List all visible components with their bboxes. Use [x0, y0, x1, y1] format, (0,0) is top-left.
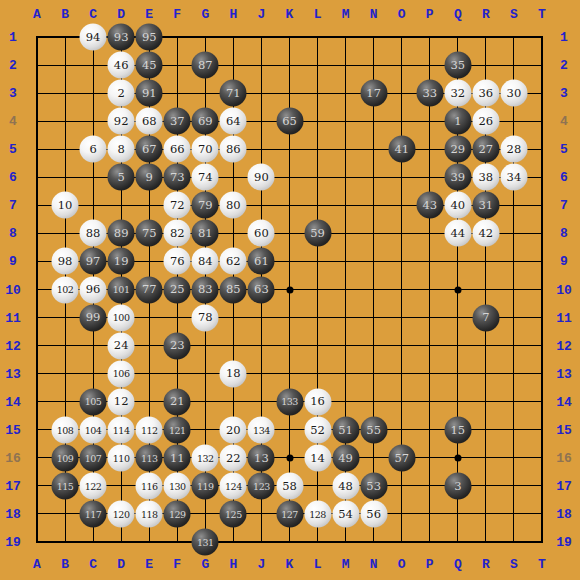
coord-label-top-A: A — [33, 8, 41, 21]
stone-E2[interactable]: 45 — [136, 52, 163, 79]
stone-E8[interactable]: 75 — [136, 220, 163, 247]
stone-R4[interactable]: 26 — [472, 108, 499, 135]
coord-label-right-2: 2 — [560, 59, 568, 72]
star-point-K10 — [286, 286, 293, 293]
stone-D12[interactable]: 24 — [108, 332, 135, 359]
coord-label-left-16: 16 — [5, 451, 21, 464]
stone-G10[interactable]: 83 — [192, 276, 219, 303]
stone-H10[interactable]: 85 — [220, 276, 247, 303]
coord-label-top-B: B — [61, 8, 69, 21]
coord-label-left-5: 5 — [9, 143, 17, 156]
stone-F12[interactable]: 23 — [164, 332, 191, 359]
coord-label-left-15: 15 — [5, 423, 21, 436]
stone-N15[interactable]: 55 — [360, 416, 387, 443]
stone-C14[interactable]: 105 — [80, 388, 107, 415]
coord-label-bottom-O: O — [398, 558, 406, 571]
coord-label-bottom-T: T — [538, 558, 546, 571]
coord-label-right-10: 10 — [556, 283, 572, 296]
stone-B15[interactable]: 108 — [52, 416, 79, 443]
stone-G5[interactable]: 70 — [192, 136, 219, 163]
coord-label-right-11: 11 — [556, 311, 572, 324]
stone-C5[interactable]: 6 — [80, 136, 107, 163]
stone-D3[interactable]: 2 — [108, 80, 135, 107]
stone-H3[interactable]: 71 — [220, 80, 247, 107]
stone-F4[interactable]: 37 — [164, 108, 191, 135]
stone-H17[interactable]: 124 — [220, 472, 247, 499]
coord-label-right-14: 14 — [556, 395, 572, 408]
stone-B16[interactable]: 109 — [52, 444, 79, 471]
coord-label-right-12: 12 — [556, 339, 572, 352]
go-board: AABBCCDDEEFFGGHHJJKKLLMMNNOOPPQQRRSSTT11… — [0, 0, 580, 580]
stone-E15[interactable]: 112 — [136, 416, 163, 443]
stone-G6[interactable]: 74 — [192, 164, 219, 191]
stone-C16[interactable]: 107 — [80, 444, 107, 471]
coord-label-bottom-H: H — [229, 558, 237, 571]
stone-C11[interactable]: 99 — [80, 304, 107, 331]
coord-label-left-8: 8 — [9, 227, 17, 240]
coord-label-right-15: 15 — [556, 423, 572, 436]
stone-F9[interactable]: 76 — [164, 248, 191, 275]
coord-label-top-D: D — [117, 8, 125, 21]
coord-label-top-C: C — [89, 8, 97, 21]
coord-label-top-K: K — [286, 8, 294, 21]
stone-H7[interactable]: 80 — [220, 192, 247, 219]
stone-G7[interactable]: 79 — [192, 192, 219, 219]
stone-C15[interactable]: 104 — [80, 416, 107, 443]
coord-label-top-L: L — [314, 8, 322, 21]
coord-label-left-12: 12 — [5, 339, 21, 352]
stone-P7[interactable]: 43 — [416, 192, 443, 219]
stone-K18[interactable]: 127 — [276, 500, 303, 527]
stone-H5[interactable]: 86 — [220, 136, 247, 163]
stone-Q7[interactable]: 40 — [444, 192, 471, 219]
stone-K4[interactable]: 65 — [276, 108, 303, 135]
stone-R8[interactable]: 42 — [472, 220, 499, 247]
stone-H9[interactable]: 62 — [220, 248, 247, 275]
stone-C10[interactable]: 96 — [80, 276, 107, 303]
stone-J8[interactable]: 60 — [248, 220, 275, 247]
coord-label-top-J: J — [258, 8, 266, 21]
coord-label-left-4: 4 — [9, 115, 17, 128]
stone-R3[interactable]: 36 — [472, 80, 499, 107]
stone-S6[interactable]: 34 — [500, 164, 527, 191]
stone-J10[interactable]: 63 — [248, 276, 275, 303]
coord-label-bottom-J: J — [258, 558, 266, 571]
stone-F18[interactable]: 129 — [164, 500, 191, 527]
stone-F7[interactable]: 72 — [164, 192, 191, 219]
coord-label-bottom-P: P — [426, 558, 434, 571]
stone-J17[interactable]: 123 — [248, 472, 275, 499]
stone-D2[interactable]: 46 — [108, 52, 135, 79]
stone-N18[interactable]: 56 — [360, 500, 387, 527]
stone-R11[interactable]: 7 — [472, 304, 499, 331]
stone-F16[interactable]: 11 — [164, 444, 191, 471]
coord-label-bottom-S: S — [510, 558, 518, 571]
stone-Q5[interactable]: 29 — [444, 136, 471, 163]
stone-F14[interactable]: 21 — [164, 388, 191, 415]
coord-label-right-5: 5 — [560, 143, 568, 156]
coord-label-bottom-D: D — [117, 558, 125, 571]
stone-L14[interactable]: 16 — [304, 388, 331, 415]
stone-E16[interactable]: 113 — [136, 444, 163, 471]
coord-label-left-14: 14 — [5, 395, 21, 408]
stone-G11[interactable]: 78 — [192, 304, 219, 331]
coord-label-right-16: 16 — [556, 451, 572, 464]
stone-D1[interactable]: 93 — [108, 24, 135, 51]
coord-label-right-1: 1 — [560, 31, 568, 44]
stone-B7[interactable]: 10 — [52, 192, 79, 219]
stone-E18[interactable]: 118 — [136, 500, 163, 527]
stone-E5[interactable]: 67 — [136, 136, 163, 163]
stone-R7[interactable]: 31 — [472, 192, 499, 219]
coord-label-right-7: 7 — [560, 199, 568, 212]
star-point-Q16 — [454, 454, 461, 461]
stone-D8[interactable]: 89 — [108, 220, 135, 247]
stone-K17[interactable]: 58 — [276, 472, 303, 499]
coord-label-bottom-A: A — [33, 558, 41, 571]
coord-label-left-10: 10 — [5, 283, 21, 296]
stone-D11[interactable]: 100 — [108, 304, 135, 331]
grid-hline — [36, 541, 543, 543]
stone-G9[interactable]: 84 — [192, 248, 219, 275]
coord-label-right-9: 9 — [560, 255, 568, 268]
stone-L15[interactable]: 52 — [304, 416, 331, 443]
coord-label-left-6: 6 — [9, 171, 17, 184]
coord-label-bottom-C: C — [89, 558, 97, 571]
stone-S3[interactable]: 30 — [500, 80, 527, 107]
coord-label-left-13: 13 — [5, 367, 21, 380]
stone-M17[interactable]: 48 — [332, 472, 359, 499]
stone-B9[interactable]: 98 — [52, 248, 79, 275]
stone-C8[interactable]: 88 — [80, 220, 107, 247]
coord-label-right-19: 19 — [556, 536, 572, 549]
stone-E10[interactable]: 77 — [136, 276, 163, 303]
stone-D13[interactable]: 106 — [108, 360, 135, 387]
stone-C1[interactable]: 94 — [80, 24, 107, 51]
stone-D14[interactable]: 12 — [108, 388, 135, 415]
coord-label-right-3: 3 — [560, 87, 568, 100]
stone-Q15[interactable]: 15 — [444, 416, 471, 443]
coord-label-bottom-Q: Q — [454, 558, 462, 571]
stone-J9[interactable]: 61 — [248, 248, 275, 275]
coord-label-bottom-K: K — [286, 558, 294, 571]
stone-F10[interactable]: 25 — [164, 276, 191, 303]
stone-F17[interactable]: 130 — [164, 472, 191, 499]
coord-label-bottom-G: G — [201, 558, 209, 571]
coord-label-right-8: 8 — [560, 227, 568, 240]
coord-label-right-6: 6 — [560, 171, 568, 184]
grid-vline — [541, 36, 543, 543]
stone-P3[interactable]: 33 — [416, 80, 443, 107]
coord-label-left-1: 1 — [9, 31, 17, 44]
stone-E6[interactable]: 9 — [136, 164, 163, 191]
stone-G2[interactable]: 87 — [192, 52, 219, 79]
stone-S5[interactable]: 28 — [500, 136, 527, 163]
coord-label-top-S: S — [510, 8, 518, 21]
stone-H15[interactable]: 20 — [220, 416, 247, 443]
stone-E3[interactable]: 91 — [136, 80, 163, 107]
grid-vline — [429, 36, 430, 543]
stone-E17[interactable]: 116 — [136, 472, 163, 499]
coord-label-left-3: 3 — [9, 87, 17, 100]
stone-G8[interactable]: 81 — [192, 220, 219, 247]
stone-D18[interactable]: 120 — [108, 500, 135, 527]
stone-Q2[interactable]: 35 — [444, 52, 471, 79]
coord-label-top-P: P — [426, 8, 434, 21]
stone-Q6[interactable]: 39 — [444, 164, 471, 191]
coord-label-right-17: 17 — [556, 479, 572, 492]
stone-Q17[interactable]: 3 — [444, 472, 471, 499]
stone-Q4[interactable]: 1 — [444, 108, 471, 135]
coord-label-top-N: N — [370, 8, 378, 21]
stone-B10[interactable]: 102 — [52, 276, 79, 303]
stone-F8[interactable]: 82 — [164, 220, 191, 247]
coord-label-top-T: T — [538, 8, 546, 21]
stone-D4[interactable]: 92 — [108, 108, 135, 135]
coord-label-right-13: 13 — [556, 367, 572, 380]
stone-Q8[interactable]: 44 — [444, 220, 471, 247]
coord-label-bottom-F: F — [173, 558, 181, 571]
coord-label-top-R: R — [482, 8, 490, 21]
stone-B17[interactable]: 115 — [52, 472, 79, 499]
stone-G19[interactable]: 131 — [192, 529, 219, 556]
stone-M18[interactable]: 54 — [332, 500, 359, 527]
stone-Q3[interactable]: 32 — [444, 80, 471, 107]
stone-H16[interactable]: 22 — [220, 444, 247, 471]
grid-vline — [373, 36, 374, 543]
coord-label-bottom-L: L — [314, 558, 322, 571]
stone-D15[interactable]: 114 — [108, 416, 135, 443]
stone-C9[interactable]: 97 — [80, 248, 107, 275]
stone-L8[interactable]: 59 — [304, 220, 331, 247]
coord-label-top-E: E — [145, 8, 153, 21]
coord-label-bottom-B: B — [61, 558, 69, 571]
stone-D9[interactable]: 19 — [108, 248, 135, 275]
stone-E4[interactable]: 68 — [136, 108, 163, 135]
stone-F5[interactable]: 66 — [164, 136, 191, 163]
stone-N17[interactable]: 53 — [360, 472, 387, 499]
stone-F6[interactable]: 73 — [164, 164, 191, 191]
stone-R5[interactable]: 27 — [472, 136, 499, 163]
stone-K14[interactable]: 133 — [276, 388, 303, 415]
coord-label-top-H: H — [229, 8, 237, 21]
stone-M16[interactable]: 49 — [332, 444, 359, 471]
coord-label-bottom-M: M — [342, 558, 350, 571]
coord-label-bottom-E: E — [145, 558, 153, 571]
coord-label-top-F: F — [173, 8, 181, 21]
stone-R6[interactable]: 38 — [472, 164, 499, 191]
coord-label-right-4: 4 — [560, 115, 568, 128]
coord-label-top-O: O — [398, 8, 406, 21]
coord-label-right-18: 18 — [556, 507, 572, 520]
stone-N3[interactable]: 17 — [360, 80, 387, 107]
stone-L16[interactable]: 14 — [304, 444, 331, 471]
stone-E1[interactable]: 95 — [136, 24, 163, 51]
coord-label-left-9: 9 — [9, 255, 17, 268]
coord-label-left-7: 7 — [9, 199, 17, 212]
stone-J16[interactable]: 13 — [248, 444, 275, 471]
stone-H13[interactable]: 18 — [220, 360, 247, 387]
stone-H18[interactable]: 125 — [220, 500, 247, 527]
stone-H4[interactable]: 64 — [220, 108, 247, 135]
coord-label-left-2: 2 — [9, 59, 17, 72]
coord-label-left-17: 17 — [5, 479, 21, 492]
stone-F15[interactable]: 121 — [164, 416, 191, 443]
stone-J6[interactable]: 90 — [248, 164, 275, 191]
stone-L18[interactable]: 128 — [304, 500, 331, 527]
coord-label-left-18: 18 — [5, 507, 21, 520]
stone-G17[interactable]: 119 — [192, 472, 219, 499]
stone-M15[interactable]: 51 — [332, 416, 359, 443]
star-point-Q10 — [454, 286, 461, 293]
coord-label-top-Q: Q — [454, 8, 462, 21]
stone-D5[interactable]: 8 — [108, 136, 135, 163]
coord-label-bottom-N: N — [370, 558, 378, 571]
stone-D10[interactable]: 101 — [108, 276, 135, 303]
stone-G4[interactable]: 69 — [192, 108, 219, 135]
stone-C18[interactable]: 117 — [80, 500, 107, 527]
coord-label-bottom-R: R — [482, 558, 490, 571]
stone-O5[interactable]: 41 — [388, 136, 415, 163]
star-point-K16 — [286, 454, 293, 461]
coord-label-left-11: 11 — [5, 311, 21, 324]
coord-label-top-M: M — [342, 8, 350, 21]
coord-label-top-G: G — [201, 8, 209, 21]
stone-C17[interactable]: 122 — [80, 472, 107, 499]
stone-J15[interactable]: 134 — [248, 416, 275, 443]
stone-D6[interactable]: 5 — [108, 164, 135, 191]
stone-D16[interactable]: 110 — [108, 444, 135, 471]
coord-label-left-19: 19 — [5, 536, 21, 549]
grid-vline — [513, 36, 514, 543]
stone-G16[interactable]: 132 — [192, 444, 219, 471]
stone-O16[interactable]: 57 — [388, 444, 415, 471]
